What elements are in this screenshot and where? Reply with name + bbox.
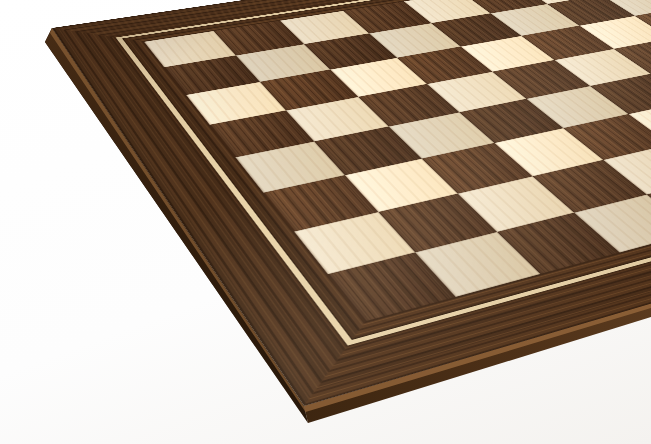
chess-board <box>52 0 651 406</box>
photo-background <box>0 0 651 444</box>
